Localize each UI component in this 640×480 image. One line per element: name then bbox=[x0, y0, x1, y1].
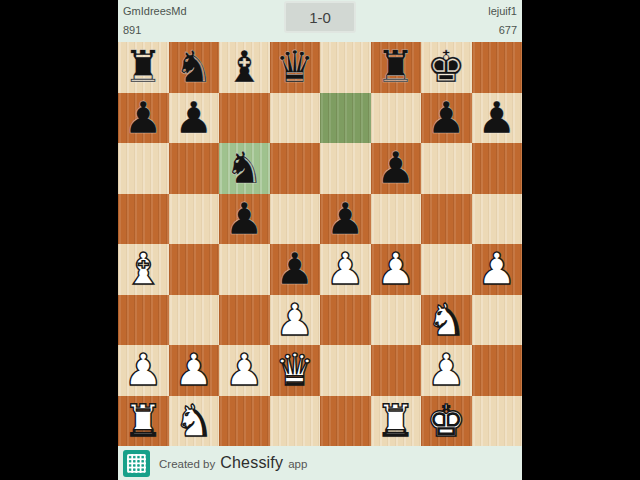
square-c6[interactable]: ♞ bbox=[219, 143, 270, 194]
square-d7[interactable] bbox=[270, 93, 321, 144]
piece-white-pawn: ♟ bbox=[376, 244, 415, 294]
piece-white-rook: ♜ bbox=[124, 396, 163, 446]
credit-line: Created by Chessify app bbox=[159, 454, 307, 472]
piece-black-knight: ♞ bbox=[225, 143, 264, 193]
square-a8[interactable]: ♜ bbox=[118, 42, 169, 93]
piece-black-pawn: ♟ bbox=[376, 143, 415, 193]
piece-white-knight: ♞ bbox=[427, 295, 466, 345]
player-top-right-rating: 677 bbox=[488, 24, 517, 37]
result-badge: 1-0 bbox=[284, 1, 356, 33]
square-e3[interactable] bbox=[320, 295, 371, 346]
square-d5[interactable] bbox=[270, 194, 321, 245]
square-a3[interactable] bbox=[118, 295, 169, 346]
piece-white-pawn: ♟ bbox=[174, 345, 213, 395]
square-d1[interactable] bbox=[270, 396, 321, 447]
square-c5[interactable]: ♟ bbox=[219, 194, 270, 245]
player-top-left: GmIdreesMd 891 bbox=[123, 0, 187, 37]
square-e8[interactable] bbox=[320, 42, 371, 93]
square-c2[interactable]: ♟ bbox=[219, 345, 270, 396]
piece-black-pawn: ♟ bbox=[124, 93, 163, 143]
square-f7[interactable] bbox=[371, 93, 422, 144]
piece-black-pawn: ♟ bbox=[427, 93, 466, 143]
piece-black-knight: ♞ bbox=[174, 42, 213, 92]
square-d8[interactable]: ♛ bbox=[270, 42, 321, 93]
square-b7[interactable]: ♟ bbox=[169, 93, 220, 144]
piece-white-knight: ♞ bbox=[174, 396, 213, 446]
piece-black-pawn: ♟ bbox=[174, 93, 213, 143]
piece-black-pawn: ♟ bbox=[275, 244, 314, 294]
square-f1[interactable]: ♜ bbox=[371, 396, 422, 447]
square-h4[interactable]: ♟ bbox=[472, 244, 523, 295]
piece-white-king: ♚ bbox=[427, 396, 466, 446]
piece-white-pawn: ♟ bbox=[326, 244, 365, 294]
square-g1[interactable]: ♚ bbox=[421, 396, 472, 447]
square-h1[interactable] bbox=[472, 396, 523, 447]
square-h6[interactable] bbox=[472, 143, 523, 194]
piece-black-rook: ♜ bbox=[124, 42, 163, 92]
square-g5[interactable] bbox=[421, 194, 472, 245]
square-d4[interactable]: ♟ bbox=[270, 244, 321, 295]
square-h8[interactable] bbox=[472, 42, 523, 93]
piece-black-pawn: ♟ bbox=[225, 194, 264, 244]
piece-white-bishop: ♝ bbox=[124, 244, 163, 294]
square-h3[interactable] bbox=[472, 295, 523, 346]
header: GmIdreesMd 891 1-0 lejuif1 677 bbox=[118, 0, 522, 42]
square-g8[interactable]: ♚ bbox=[421, 42, 472, 93]
square-c3[interactable] bbox=[219, 295, 270, 346]
app-window: GmIdreesMd 891 1-0 lejuif1 677 ♜♞♝♛♜♚♟♟♟… bbox=[0, 0, 640, 480]
square-f8[interactable]: ♜ bbox=[371, 42, 422, 93]
player-top-right-name: lejuif1 bbox=[488, 5, 517, 18]
piece-black-bishop: ♝ bbox=[225, 42, 264, 92]
square-a1[interactable]: ♜ bbox=[118, 396, 169, 447]
square-d6[interactable] bbox=[270, 143, 321, 194]
square-e4[interactable]: ♟ bbox=[320, 244, 371, 295]
square-e2[interactable] bbox=[320, 345, 371, 396]
square-d2[interactable]: ♛ bbox=[270, 345, 321, 396]
square-f2[interactable] bbox=[371, 345, 422, 396]
square-a5[interactable] bbox=[118, 194, 169, 245]
square-d3[interactable]: ♟ bbox=[270, 295, 321, 346]
content-column: GmIdreesMd 891 1-0 lejuif1 677 ♜♞♝♛♜♚♟♟♟… bbox=[118, 0, 522, 480]
square-g3[interactable]: ♞ bbox=[421, 295, 472, 346]
piece-white-pawn: ♟ bbox=[225, 345, 264, 395]
piece-black-pawn: ♟ bbox=[326, 194, 365, 244]
square-b6[interactable] bbox=[169, 143, 220, 194]
chessify-logo-icon bbox=[123, 450, 150, 477]
result-text: 1-0 bbox=[309, 9, 331, 26]
square-h7[interactable]: ♟ bbox=[472, 93, 523, 144]
chess-board: ♜♞♝♛♜♚♟♟♟♟♞♟♟♟♝♟♟♟♟♟♞♟♟♟♛♟♜♞♜♚ bbox=[118, 42, 522, 446]
square-c4[interactable] bbox=[219, 244, 270, 295]
square-e6[interactable] bbox=[320, 143, 371, 194]
square-g7[interactable]: ♟ bbox=[421, 93, 472, 144]
player-top-right: lejuif1 677 bbox=[488, 0, 517, 37]
piece-black-pawn: ♟ bbox=[477, 93, 516, 143]
piece-white-queen: ♛ bbox=[275, 345, 314, 395]
piece-black-queen: ♛ bbox=[275, 42, 314, 92]
square-b5[interactable] bbox=[169, 194, 220, 245]
piece-white-pawn: ♟ bbox=[124, 345, 163, 395]
brand-name: Chessify bbox=[220, 454, 283, 472]
piece-white-rook: ♜ bbox=[376, 396, 415, 446]
square-e7[interactable] bbox=[320, 93, 371, 144]
square-c7[interactable] bbox=[219, 93, 270, 144]
square-g6[interactable] bbox=[421, 143, 472, 194]
square-c8[interactable]: ♝ bbox=[219, 42, 270, 93]
square-f3[interactable] bbox=[371, 295, 422, 346]
square-h2[interactable] bbox=[472, 345, 523, 396]
square-a6[interactable] bbox=[118, 143, 169, 194]
player-top-left-name: GmIdreesMd bbox=[123, 5, 187, 18]
square-c1[interactable] bbox=[219, 396, 270, 447]
piece-white-pawn: ♟ bbox=[477, 244, 516, 294]
credit-prefix: Created by bbox=[159, 458, 215, 470]
square-e5[interactable]: ♟ bbox=[320, 194, 371, 245]
player-top-left-rating: 891 bbox=[123, 24, 187, 37]
square-b2[interactable]: ♟ bbox=[169, 345, 220, 396]
square-h5[interactable] bbox=[472, 194, 523, 245]
piece-white-pawn: ♟ bbox=[427, 345, 466, 395]
square-a7[interactable]: ♟ bbox=[118, 93, 169, 144]
square-a4[interactable]: ♝ bbox=[118, 244, 169, 295]
square-f4[interactable]: ♟ bbox=[371, 244, 422, 295]
square-b4[interactable] bbox=[169, 244, 220, 295]
brand-suffix: app bbox=[288, 458, 307, 470]
piece-white-pawn: ♟ bbox=[275, 295, 314, 345]
footer: Created by Chessify app bbox=[118, 446, 522, 480]
square-g2[interactable]: ♟ bbox=[421, 345, 472, 396]
square-g4[interactable] bbox=[421, 244, 472, 295]
square-f5[interactable] bbox=[371, 194, 422, 245]
piece-black-king: ♚ bbox=[427, 42, 466, 92]
square-f6[interactable]: ♟ bbox=[371, 143, 422, 194]
square-b1[interactable]: ♞ bbox=[169, 396, 220, 447]
square-b3[interactable] bbox=[169, 295, 220, 346]
piece-black-rook: ♜ bbox=[376, 42, 415, 92]
square-b8[interactable]: ♞ bbox=[169, 42, 220, 93]
chessify-logo-dots bbox=[127, 454, 146, 473]
square-e1[interactable] bbox=[320, 396, 371, 447]
square-a2[interactable]: ♟ bbox=[118, 345, 169, 396]
